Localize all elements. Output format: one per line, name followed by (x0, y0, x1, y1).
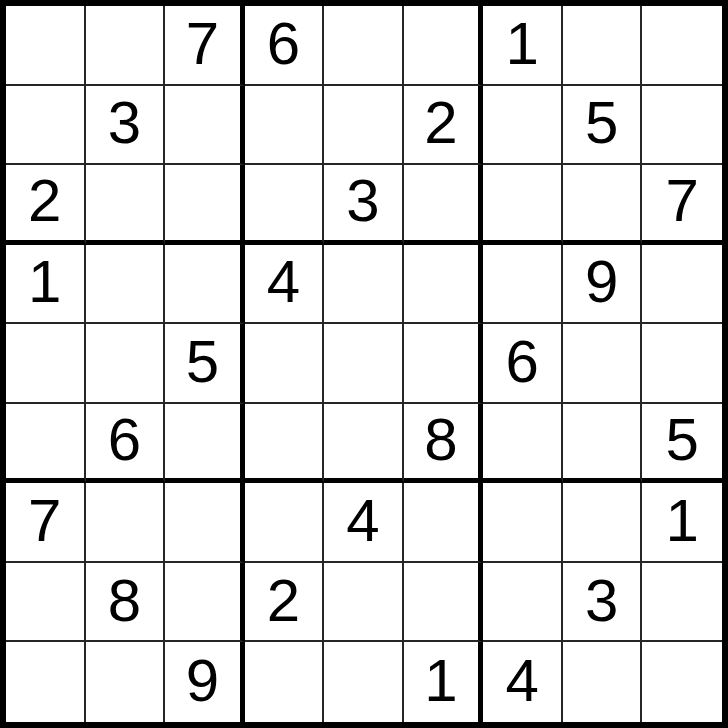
sudoku-cell-r4c8[interactable]: 9 (563, 245, 643, 325)
sudoku-cell-r8c9[interactable] (642, 563, 722, 643)
sudoku-cell-r9c9[interactable] (642, 642, 722, 722)
sudoku-cell-r7c1[interactable]: 7 (6, 483, 86, 563)
sudoku-cell-r1c7[interactable]: 1 (483, 6, 563, 86)
sudoku-cell-r4c9[interactable] (642, 245, 722, 325)
sudoku-cell-r6c3[interactable] (165, 404, 245, 484)
sudoku-cell-r2c5[interactable] (324, 86, 404, 166)
sudoku-cell-r7c5[interactable]: 4 (324, 483, 404, 563)
sudoku-cell-r9c4[interactable] (245, 642, 325, 722)
sudoku-cell-r7c9[interactable]: 1 (642, 483, 722, 563)
sudoku-cell-r2c3[interactable] (165, 86, 245, 166)
sudoku-cell-r2c2[interactable]: 3 (86, 86, 166, 166)
sudoku-cell-r5c8[interactable] (563, 324, 643, 404)
sudoku-cell-r4c5[interactable] (324, 245, 404, 325)
sudoku-cell-r8c4[interactable]: 2 (245, 563, 325, 643)
sudoku-cell-r4c7[interactable] (483, 245, 563, 325)
sudoku-cell-r6c6[interactable]: 8 (404, 404, 484, 484)
given-digit: 7 (666, 171, 699, 231)
sudoku-cell-r8c6[interactable] (404, 563, 484, 643)
sudoku-cell-r9c1[interactable] (6, 642, 86, 722)
sudoku-cell-r7c8[interactable] (563, 483, 643, 563)
given-digit: 6 (267, 14, 300, 74)
sudoku-cell-r9c3[interactable]: 9 (165, 642, 245, 722)
sudoku-cell-r5c5[interactable] (324, 324, 404, 404)
sudoku-cell-r5c2[interactable] (86, 324, 166, 404)
given-digit: 5 (666, 410, 699, 470)
sudoku-cell-r5c7[interactable]: 6 (483, 324, 563, 404)
sudoku-cell-r9c2[interactable] (86, 642, 166, 722)
given-digit: 3 (585, 571, 618, 631)
sudoku-cell-r8c5[interactable] (324, 563, 404, 643)
given-digit: 8 (424, 410, 457, 470)
sudoku-cell-r8c7[interactable] (483, 563, 563, 643)
sudoku-cell-r2c8[interactable]: 5 (563, 86, 643, 166)
given-digit: 3 (108, 93, 141, 153)
given-digit: 1 (424, 651, 457, 711)
sudoku-cell-r5c4[interactable] (245, 324, 325, 404)
given-digit: 9 (585, 252, 618, 312)
sudoku-cell-r3c9[interactable]: 7 (642, 165, 722, 245)
sudoku-cell-r6c2[interactable]: 6 (86, 404, 166, 484)
given-digit: 2 (267, 571, 300, 631)
sudoku-cell-r4c3[interactable] (165, 245, 245, 325)
sudoku-cell-r5c1[interactable] (6, 324, 86, 404)
sudoku-cell-r2c7[interactable] (483, 86, 563, 166)
sudoku-cell-r6c1[interactable] (6, 404, 86, 484)
sudoku-cell-r5c3[interactable]: 5 (165, 324, 245, 404)
given-digit: 1 (505, 14, 538, 74)
given-digit: 8 (108, 571, 141, 631)
sudoku-cell-r3c7[interactable] (483, 165, 563, 245)
sudoku-cell-r2c4[interactable] (245, 86, 325, 166)
given-digit: 1 (28, 252, 61, 312)
given-digit: 5 (186, 332, 219, 392)
sudoku-cell-r6c8[interactable] (563, 404, 643, 484)
given-digit: 7 (28, 491, 61, 551)
given-digit: 4 (267, 252, 300, 312)
sudoku-cell-r9c6[interactable]: 1 (404, 642, 484, 722)
given-digit: 2 (28, 171, 61, 231)
sudoku-cell-r6c7[interactable] (483, 404, 563, 484)
sudoku-cell-r3c5[interactable]: 3 (324, 165, 404, 245)
sudoku-cell-r4c4[interactable]: 4 (245, 245, 325, 325)
sudoku-cell-r8c2[interactable]: 8 (86, 563, 166, 643)
sudoku-cell-r7c6[interactable] (404, 483, 484, 563)
given-digit: 9 (186, 651, 219, 711)
sudoku-cell-r3c3[interactable] (165, 165, 245, 245)
sudoku-board: 76132523714956685741823914 (0, 0, 728, 728)
sudoku-cell-r9c8[interactable] (563, 642, 643, 722)
given-digit: 5 (585, 93, 618, 153)
sudoku-cell-r8c3[interactable] (165, 563, 245, 643)
sudoku-cell-r3c6[interactable] (404, 165, 484, 245)
given-digit: 4 (505, 651, 538, 711)
sudoku-cell-r1c8[interactable] (563, 6, 643, 86)
sudoku-page: 76132523714956685741823914 (0, 0, 728, 728)
given-digit: 6 (108, 410, 141, 470)
given-digit: 6 (505, 332, 538, 392)
given-digit: 7 (186, 14, 219, 74)
given-digit: 3 (346, 171, 379, 231)
sudoku-cell-r6c4[interactable] (245, 404, 325, 484)
sudoku-cell-r3c1[interactable]: 2 (6, 165, 86, 245)
sudoku-cell-r8c1[interactable] (6, 563, 86, 643)
sudoku-cell-r9c5[interactable] (324, 642, 404, 722)
given-digit: 1 (666, 491, 699, 551)
sudoku-cell-r1c2[interactable] (86, 6, 166, 86)
sudoku-cell-r2c9[interactable] (642, 86, 722, 166)
sudoku-cell-r9c7[interactable]: 4 (483, 642, 563, 722)
sudoku-cell-r1c6[interactable] (404, 6, 484, 86)
sudoku-cell-r2c6[interactable]: 2 (404, 86, 484, 166)
sudoku-cell-r7c3[interactable] (165, 483, 245, 563)
given-digit: 4 (346, 491, 379, 551)
sudoku-cell-r3c2[interactable] (86, 165, 166, 245)
sudoku-cell-r1c5[interactable] (324, 6, 404, 86)
sudoku-cell-r7c4[interactable] (245, 483, 325, 563)
sudoku-cell-r6c5[interactable] (324, 404, 404, 484)
sudoku-cell-r6c9[interactable]: 5 (642, 404, 722, 484)
sudoku-cell-r5c6[interactable] (404, 324, 484, 404)
sudoku-cell-r4c2[interactable] (86, 245, 166, 325)
sudoku-cell-r3c4[interactable] (245, 165, 325, 245)
sudoku-cell-r8c8[interactable]: 3 (563, 563, 643, 643)
sudoku-cell-r2c1[interactable] (6, 86, 86, 166)
sudoku-cell-r1c4[interactable]: 6 (245, 6, 325, 86)
sudoku-cell-r7c7[interactable] (483, 483, 563, 563)
sudoku-cell-r1c3[interactable]: 7 (165, 6, 245, 86)
sudoku-cell-r1c1[interactable] (6, 6, 86, 86)
sudoku-cell-r5c9[interactable] (642, 324, 722, 404)
sudoku-cell-r4c1[interactable]: 1 (6, 245, 86, 325)
given-digit: 2 (424, 93, 457, 153)
sudoku-cell-r7c2[interactable] (86, 483, 166, 563)
sudoku-cell-r1c9[interactable] (642, 6, 722, 86)
sudoku-cell-r4c6[interactable] (404, 245, 484, 325)
sudoku-cell-r3c8[interactable] (563, 165, 643, 245)
